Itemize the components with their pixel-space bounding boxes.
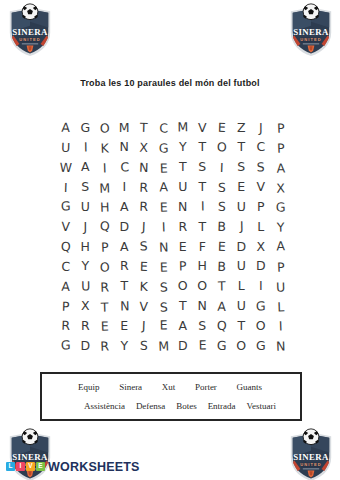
grid-cell-r10c12[interactable]: L bbox=[270, 297, 290, 317]
grid-cell-r10c4[interactable]: N bbox=[114, 296, 134, 316]
grid-cell-r11c10[interactable]: T bbox=[232, 316, 252, 336]
grid-cell-r1c7[interactable]: M bbox=[173, 117, 193, 137]
word-porter: Porter bbox=[195, 382, 217, 392]
grid-cell-r11c4[interactable]: E bbox=[115, 316, 135, 336]
grid-cell-r12c1[interactable]: G bbox=[56, 335, 76, 355]
grid-cell-r3c1[interactable]: W bbox=[56, 157, 76, 178]
grid-cell-r6c1[interactable]: V bbox=[56, 217, 76, 238]
grid-cell-r12c10[interactable]: O bbox=[232, 336, 252, 356]
grid-cell-r4c6[interactable]: A bbox=[153, 177, 173, 197]
word-xut: Xut bbox=[162, 382, 176, 392]
grid-cell-r6c5[interactable]: J bbox=[134, 217, 154, 238]
grid-cell-r3c5[interactable]: N bbox=[134, 157, 154, 178]
watermark-live-letters: LIVE bbox=[6, 462, 46, 471]
grid-cell-r5c11[interactable]: P bbox=[251, 197, 271, 217]
grid-cell-r8c7[interactable]: P bbox=[173, 256, 193, 276]
grid-cell-r7c7[interactable]: E bbox=[173, 237, 193, 257]
grid-cell-r7c9[interactable]: E bbox=[212, 237, 232, 257]
watermark-text: WORKSHEETS bbox=[48, 460, 140, 474]
grid-cell-r7c5[interactable]: S bbox=[134, 236, 154, 256]
grid-cell-r10c2[interactable]: X bbox=[76, 297, 96, 317]
word-search-grid: AGOMTCMVEZJPUIKNXGYTOTCPWAICNETSISSAISMI… bbox=[56, 118, 290, 356]
club-crest-top-left bbox=[5, 2, 55, 59]
grid-cell-r1c8[interactable]: V bbox=[193, 118, 213, 138]
word-defensa: Defensa bbox=[136, 401, 165, 411]
grid-cell-r10c9[interactable]: A bbox=[212, 296, 232, 316]
grid-cell-r2c8[interactable]: T bbox=[193, 138, 213, 158]
watermark-live-letter-i: I bbox=[16, 462, 25, 471]
word-guants: Guants bbox=[237, 382, 263, 392]
grid-cell-r11c11[interactable]: O bbox=[251, 316, 271, 336]
page-title: Troba les 10 paraules del món del futbol bbox=[0, 78, 340, 88]
grid-cell-r3c8[interactable]: S bbox=[193, 158, 213, 178]
grid-cell-r7c11[interactable]: X bbox=[251, 237, 271, 257]
grid-cell-r9c11[interactable]: I bbox=[251, 277, 271, 297]
grid-cell-r10c6[interactable]: S bbox=[153, 297, 173, 317]
grid-cell-r7c2[interactable]: H bbox=[76, 237, 96, 257]
grid-cell-r3c2[interactable]: A bbox=[76, 158, 96, 178]
grid-cell-r11c5[interactable]: J bbox=[134, 316, 154, 336]
grid-cell-r3c7[interactable]: T bbox=[173, 158, 193, 178]
grid-cell-r8c3[interactable]: O bbox=[95, 257, 115, 277]
grid-cell-r2c1[interactable]: U bbox=[56, 137, 76, 157]
grid-cell-r6c11[interactable]: L bbox=[251, 217, 271, 237]
grid-cell-r11c1[interactable]: R bbox=[56, 316, 76, 336]
grid-cell-r11c6[interactable]: E bbox=[153, 316, 173, 336]
grid-cell-r4c8[interactable]: T bbox=[193, 178, 213, 198]
grid-cell-r7c4[interactable]: A bbox=[115, 237, 135, 257]
grid-cell-r5c6[interactable]: E bbox=[153, 197, 173, 217]
grid-cell-r2c12[interactable]: P bbox=[270, 138, 290, 158]
grid-cell-r3c11[interactable]: S bbox=[251, 157, 271, 177]
grid-cell-r8c12[interactable]: P bbox=[270, 257, 290, 277]
grid-cell-r6c3[interactable]: Q bbox=[95, 216, 115, 236]
grid-cell-r8c6[interactable]: E bbox=[153, 257, 173, 277]
watermark-live-letter-l: L bbox=[6, 462, 15, 471]
grid-cell-r4c4[interactable]: I bbox=[115, 178, 135, 198]
grid-cell-r9c8[interactable]: O bbox=[193, 277, 213, 297]
grid-cell-r8c9[interactable]: B bbox=[212, 256, 232, 276]
grid-cell-r1c11[interactable]: J bbox=[251, 118, 271, 138]
grid-cell-r10c7[interactable]: T bbox=[173, 297, 193, 317]
worksheet-page: SINERA UNITED Troba les 10 paraules del … bbox=[0, 0, 340, 480]
grid-cell-r4c12[interactable]: X bbox=[270, 178, 290, 198]
grid-cell-r2c2[interactable]: I bbox=[75, 137, 95, 157]
grid-cell-r1c4[interactable]: M bbox=[115, 118, 135, 138]
grid-cell-r1c6[interactable]: C bbox=[153, 118, 173, 138]
grid-cell-r2c7[interactable]: Y bbox=[173, 138, 193, 158]
grid-cell-r2c11[interactable]: C bbox=[251, 138, 271, 158]
grid-cell-r12c11[interactable]: G bbox=[251, 336, 271, 356]
grid-cell-r11c9[interactable]: Q bbox=[212, 316, 232, 336]
grid-cell-r4c1[interactable]: I bbox=[56, 177, 76, 197]
grid-cell-r9c12[interactable]: U bbox=[270, 277, 290, 298]
grid-cell-r9c2[interactable]: U bbox=[75, 276, 95, 296]
grid-cell-r12c12[interactable]: N bbox=[270, 336, 290, 357]
grid-cell-r12c3[interactable]: R bbox=[95, 336, 115, 357]
grid-cell-r1c1[interactable]: A bbox=[56, 118, 76, 138]
grid-cell-r8c8[interactable]: H bbox=[193, 257, 213, 277]
grid-cell-r9c9[interactable]: T bbox=[212, 276, 232, 296]
grid-cell-r11c8[interactable]: S bbox=[193, 316, 213, 336]
grid-cell-r2c3[interactable]: K bbox=[95, 138, 115, 158]
grid-cell-r6c12[interactable]: Y bbox=[270, 217, 290, 238]
grid-cell-r5c12[interactable]: G bbox=[270, 197, 290, 217]
grid-cell-r3c3[interactable]: I bbox=[95, 158, 115, 179]
grid-cell-r5c10[interactable]: U bbox=[232, 197, 252, 217]
word-sinera: Sinera bbox=[119, 382, 142, 392]
grid-cell-r6c8[interactable]: T bbox=[193, 217, 213, 237]
grid-cell-r4c3[interactable]: M bbox=[95, 178, 115, 198]
word-assistència: Assistència bbox=[84, 401, 125, 411]
grid-cell-r6c9[interactable]: B bbox=[212, 217, 232, 238]
grid-cell-r10c8[interactable]: N bbox=[193, 297, 213, 317]
grid-cell-r9c5[interactable]: K bbox=[134, 276, 154, 297]
grid-cell-r2c6[interactable]: G bbox=[153, 138, 173, 158]
grid-cell-r10c10[interactable]: U bbox=[232, 297, 252, 317]
grid-cell-r11c12[interactable]: I bbox=[270, 316, 290, 336]
grid-cell-r7c8[interactable]: F bbox=[193, 237, 213, 257]
grid-cell-r8c10[interactable]: U bbox=[232, 257, 252, 277]
word-botes: Botes bbox=[176, 401, 197, 411]
grid-cell-r8c5[interactable]: E bbox=[134, 256, 154, 276]
grid-cell-r4c11[interactable]: V bbox=[251, 178, 271, 198]
grid-cell-r3c9[interactable]: I bbox=[212, 157, 232, 178]
grid-cell-r7c12[interactable]: A bbox=[270, 236, 290, 256]
watermark-live-letter-e: E bbox=[36, 462, 45, 471]
grid-cell-r1c3[interactable]: O bbox=[95, 118, 115, 138]
grid-cell-r1c12[interactable]: P bbox=[270, 118, 290, 138]
grid-cell-r2c10[interactable]: T bbox=[232, 138, 252, 158]
grid-cell-r2c9[interactable]: O bbox=[212, 137, 232, 157]
grid-cell-r10c3[interactable]: T bbox=[95, 297, 115, 317]
grid-cell-r8c11[interactable]: D bbox=[251, 257, 271, 277]
grid-cell-r9c4[interactable]: T bbox=[115, 277, 135, 297]
grid-cell-r4c7[interactable]: U bbox=[173, 178, 193, 198]
grid-cell-r11c3[interactable]: E bbox=[95, 316, 115, 336]
word-bank-row-1: EquipSineraXutPorterGuants bbox=[42, 382, 300, 392]
grid-cell-r6c4[interactable]: D bbox=[115, 217, 135, 237]
word-bank-row-2: AssistènciaDefensaBotesEntradaVestuari bbox=[42, 401, 300, 411]
grid-cell-r12c2[interactable]: D bbox=[76, 336, 96, 356]
grid-cell-r3c12[interactable]: A bbox=[270, 158, 290, 179]
grid-cell-r10c1[interactable]: P bbox=[56, 296, 76, 316]
grid-cell-r5c8[interactable]: I bbox=[192, 197, 212, 217]
grid-cell-r12c5[interactable]: S bbox=[134, 336, 154, 357]
grid-cell-r5c3[interactable]: H bbox=[95, 197, 115, 217]
grid-cell-r9c1[interactable]: A bbox=[56, 276, 76, 297]
grid-cell-r10c11[interactable]: G bbox=[251, 296, 271, 316]
word-entrada: Entrada bbox=[208, 401, 236, 411]
grid-cell-r4c2[interactable]: S bbox=[76, 178, 96, 198]
grid-cell-r7c10[interactable]: D bbox=[232, 237, 252, 257]
grid-cell-r10c5[interactable]: V bbox=[134, 296, 154, 316]
liveworksheets-watermark: LIVE WORKSHEETS bbox=[6, 459, 140, 474]
grid-cell-r3c6[interactable]: E bbox=[153, 158, 173, 179]
watermark-live-letter-v: V bbox=[26, 462, 35, 471]
grid-cell-r8c1[interactable]: C bbox=[56, 256, 76, 276]
grid-cell-r5c5[interactable]: R bbox=[134, 197, 154, 217]
grid-cell-r6c10[interactable]: J bbox=[231, 216, 251, 236]
grid-cell-r5c9[interactable]: S bbox=[212, 197, 232, 217]
grid-cell-r11c7[interactable]: A bbox=[173, 316, 193, 336]
grid-cell-r5c2[interactable]: U bbox=[76, 197, 96, 217]
club-crest-bottom-right bbox=[286, 427, 336, 480]
grid-cell-r12c9[interactable]: G bbox=[212, 336, 232, 357]
grid-cell-r2c5[interactable]: X bbox=[134, 137, 154, 157]
grid-cell-r2c4[interactable]: N bbox=[115, 138, 135, 158]
grid-cell-r7c1[interactable]: Q bbox=[56, 237, 76, 257]
grid-cell-r5c1[interactable]: G bbox=[56, 197, 76, 217]
grid-cell-r7c6[interactable]: N bbox=[153, 237, 173, 257]
grid-cell-r9c3[interactable]: R bbox=[95, 277, 115, 298]
grid-cell-r4c9[interactable]: S bbox=[212, 177, 232, 197]
grid-cell-r7c3[interactable]: P bbox=[95, 237, 115, 257]
grid-cell-r6c7[interactable]: R bbox=[173, 217, 193, 237]
grid-cell-r9c7[interactable]: O bbox=[173, 277, 193, 297]
word-list-box: EquipSineraXutPorterGuants AssistènciaDe… bbox=[40, 372, 302, 421]
grid-cell-r4c5[interactable]: R bbox=[134, 177, 154, 197]
club-crest-top-right bbox=[286, 2, 336, 59]
grid-cell-r11c2[interactable]: R bbox=[76, 316, 96, 336]
grid-cell-r6c2[interactable]: J bbox=[76, 217, 96, 237]
grid-cell-r1c2[interactable]: G bbox=[76, 118, 96, 138]
grid-cell-r1c5[interactable]: T bbox=[134, 118, 154, 138]
grid-cell-r12c6[interactable]: M bbox=[153, 336, 173, 357]
grid-cell-r5c4[interactable]: A bbox=[115, 197, 135, 217]
word-equip: Equip bbox=[78, 382, 100, 392]
grid-cell-r12c8[interactable]: E bbox=[192, 335, 212, 355]
grid-cell-r9c6[interactable]: S bbox=[153, 277, 173, 298]
grid-cell-r8c4[interactable]: R bbox=[115, 257, 135, 277]
grid-cell-r6c6[interactable]: I bbox=[153, 217, 173, 238]
grid-cell-r12c4[interactable]: Y bbox=[115, 336, 135, 356]
grid-cell-r3c4[interactable]: C bbox=[114, 157, 134, 177]
word-vestuari: Vestuari bbox=[246, 401, 276, 411]
grid-cell-r1c10[interactable]: Z bbox=[232, 118, 252, 138]
grid-cell-r1c9[interactable]: E bbox=[212, 118, 232, 138]
grid-cell-r5c7[interactable]: N bbox=[173, 197, 193, 217]
grid-cell-r12c7[interactable]: D bbox=[173, 336, 193, 356]
grid-cell-r8c2[interactable]: Y bbox=[76, 257, 96, 277]
grid-cell-r3c10[interactable]: S bbox=[232, 158, 252, 178]
grid-cell-r4c10[interactable]: E bbox=[232, 178, 252, 198]
grid-cell-r9c10[interactable]: L bbox=[232, 277, 252, 297]
